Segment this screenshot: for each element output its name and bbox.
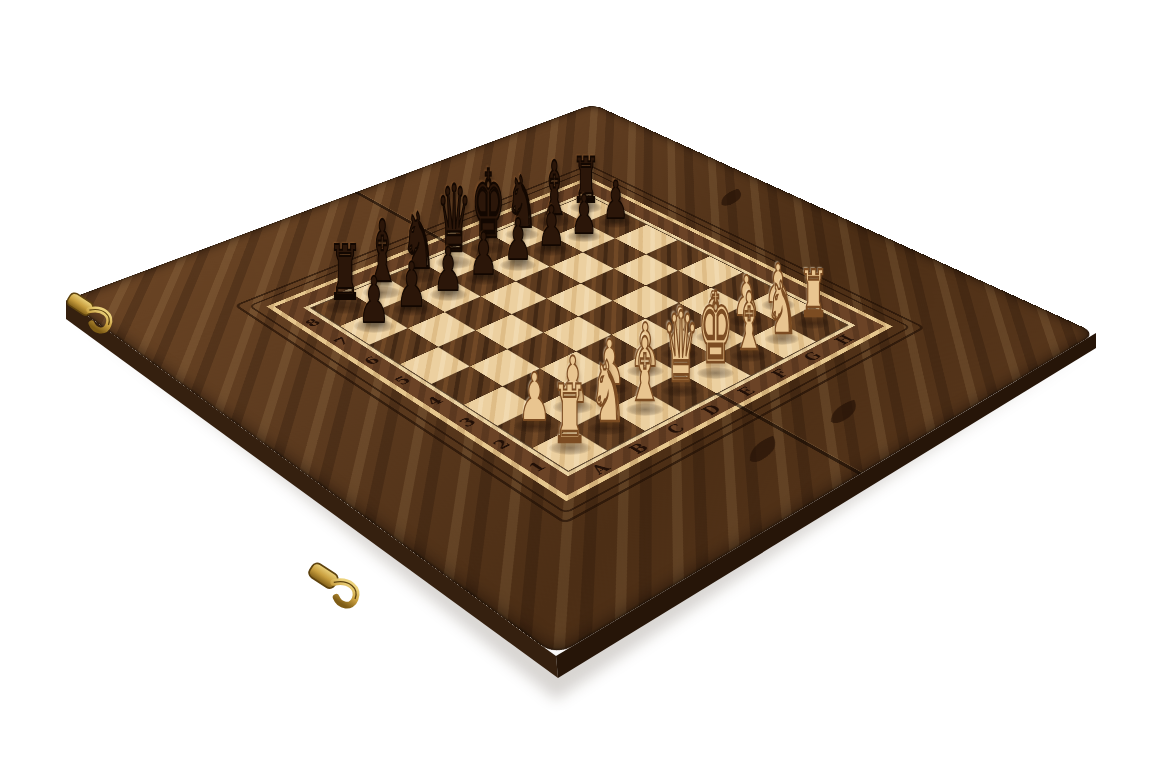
brass-latches bbox=[0, 0, 1164, 776]
product-photo-stage: ABCDEFGH12345678 ♜♝♟♞♟♚♟♛♟♞♟♝♟♟♜♟♟♜♟♟♞♟♝… bbox=[0, 0, 1164, 776]
brass-latch bbox=[63, 291, 114, 333]
brass-latch bbox=[304, 561, 361, 608]
